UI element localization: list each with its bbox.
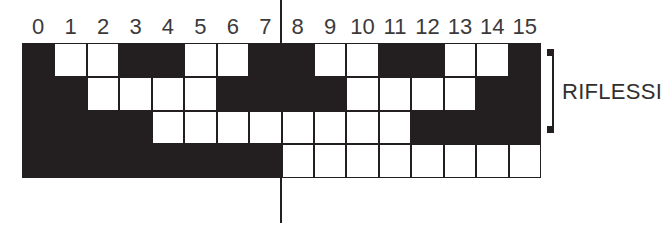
cell-r0c0 [22,43,54,77]
cell-r0c4 [152,43,184,77]
cell-r3c2 [87,144,119,178]
cell-r2c0 [22,111,54,145]
cell-r1c11 [379,77,411,111]
cell-r0c10 [346,43,378,77]
cell-r1c1 [54,77,86,111]
cell-r1c4 [152,77,184,111]
cell-r2c11 [379,111,411,145]
cell-r2c14 [476,111,508,145]
cell-r3c5 [184,144,216,178]
cell-r0c12 [411,43,443,77]
cell-r3c10 [346,144,378,178]
column-label-4: 4 [152,15,184,39]
cell-r1c9 [314,77,346,111]
cell-r0c3 [119,43,151,77]
column-label-1: 1 [54,15,86,39]
cell-r0c14 [476,43,508,77]
cell-r2c5 [184,111,216,145]
cell-r1c2 [87,77,119,111]
column-label-5: 5 [184,15,216,39]
cell-r3c11 [379,144,411,178]
cell-r0c2 [87,43,119,77]
cell-r1c10 [346,77,378,111]
gray-code-diagram: 0123456789101112131415 RIFLESSI [0,0,665,231]
cell-r0c9 [314,43,346,77]
cell-r2c6 [217,111,249,145]
column-label-9: 9 [314,15,346,39]
reflected-rows-bracket [547,49,554,133]
cell-r1c0 [22,77,54,111]
cell-r1c6 [217,77,249,111]
cell-r3c1 [54,144,86,178]
column-label-0: 0 [22,15,54,39]
cell-r1c14 [476,77,508,111]
cell-r3c9 [314,144,346,178]
column-label-6: 6 [217,15,249,39]
cell-r0c1 [54,43,86,77]
cell-r2c8 [282,111,314,145]
cell-r1c5 [184,77,216,111]
cell-r2c13 [444,111,476,145]
cell-r3c13 [444,144,476,178]
column-label-3: 3 [119,15,151,39]
code-grid [22,43,541,178]
cell-r2c1 [54,111,86,145]
column-label-7: 7 [249,15,281,39]
cell-r3c6 [217,144,249,178]
column-label-10: 10 [346,15,378,39]
column-label-13: 13 [444,15,476,39]
cell-r3c12 [411,144,443,178]
cell-r3c8 [282,144,314,178]
column-label-12: 12 [411,15,443,39]
cell-r0c15 [509,43,541,77]
cell-r3c0 [22,144,54,178]
column-label-15: 15 [509,15,541,39]
column-label-14: 14 [476,15,508,39]
column-label-2: 2 [87,15,119,39]
cell-r2c3 [119,111,151,145]
cell-r2c7 [249,111,281,145]
cell-r1c8 [282,77,314,111]
cell-r0c13 [444,43,476,77]
column-label-8: 8 [282,15,314,39]
cell-r1c15 [509,77,541,111]
cell-r2c2 [87,111,119,145]
cell-r0c8 [282,43,314,77]
cell-r1c12 [411,77,443,111]
cell-r3c14 [476,144,508,178]
cell-r1c3 [119,77,151,111]
cell-r2c10 [346,111,378,145]
cell-r1c7 [249,77,281,111]
cell-r0c5 [184,43,216,77]
cell-r3c15 [509,144,541,178]
cell-r0c11 [379,43,411,77]
cell-r2c9 [314,111,346,145]
column-labels: 0123456789101112131415 [22,15,541,39]
cell-r1c13 [444,77,476,111]
cell-r0c6 [217,43,249,77]
cell-r3c3 [119,144,151,178]
column-label-11: 11 [379,15,411,39]
cell-r3c7 [249,144,281,178]
cell-r2c4 [152,111,184,145]
cell-r3c4 [152,144,184,178]
cell-r2c12 [411,111,443,145]
cell-r0c7 [249,43,281,77]
riflessi-label: RIFLESSI [562,80,662,103]
cell-r2c15 [509,111,541,145]
